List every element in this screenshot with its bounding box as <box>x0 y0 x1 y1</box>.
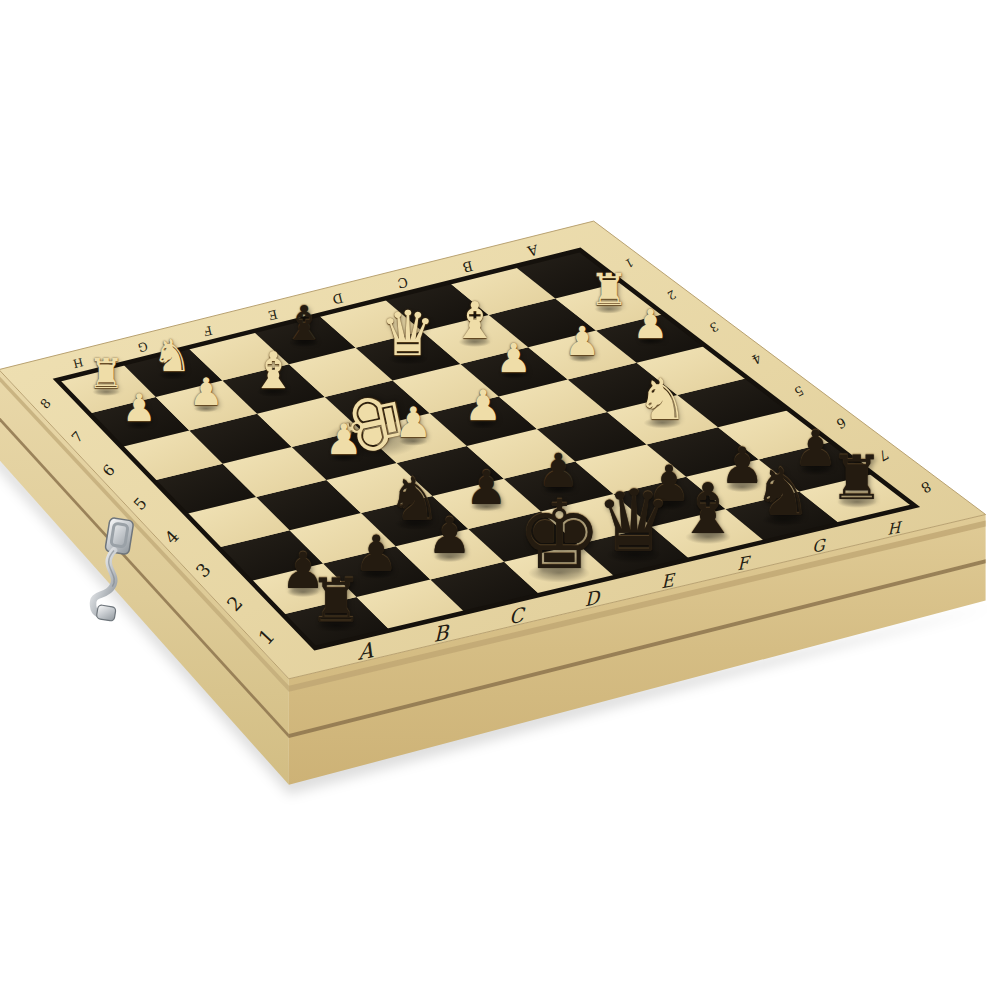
black-knight-glyph: ♞ <box>753 460 812 526</box>
white-pawn-glyph: ♟ <box>633 304 669 344</box>
white-pawn-glyph: ♟ <box>122 389 156 427</box>
white-queen-glyph: ♛ <box>380 303 436 365</box>
black-bishop-glyph: ♝ <box>677 474 740 544</box>
white-bishop-glyph: ♝ <box>250 345 296 396</box>
black-pawn-glyph: ♟ <box>465 463 507 510</box>
black-rook-glyph: ♜ <box>309 570 364 631</box>
white-pawn-glyph: ♟ <box>189 373 223 411</box>
white-rook-glyph: ♜ <box>589 268 628 312</box>
white-pawn-glyph: ♟ <box>395 402 433 444</box>
black-bishop-glyph: ♝ <box>282 298 325 346</box>
white-bishop-glyph: ♝ <box>452 295 498 346</box>
white-knight-glyph: ♞ <box>637 371 688 428</box>
black-pawn-glyph: ♟ <box>427 511 472 561</box>
black-rook-glyph: ♜ <box>830 446 885 507</box>
white-pawn-glyph: ♟ <box>496 337 532 377</box>
white-pawn-glyph: ♟ <box>564 321 600 361</box>
white-knight-glyph: ♞ <box>152 334 191 378</box>
white-pawn-glyph: ♟ <box>325 419 363 461</box>
white-pawn-glyph: ♟ <box>464 385 502 427</box>
black-king-glyph: ♚ <box>517 488 602 583</box>
white-rook-glyph: ♜ <box>88 353 125 394</box>
black-queen-glyph: ♛ <box>595 478 672 564</box>
product-photo-stage: 1AH82BG73CF64DE55ED46FC37GB28HA1 ♜♞♟♟♝♛♝… <box>0 0 1000 1000</box>
